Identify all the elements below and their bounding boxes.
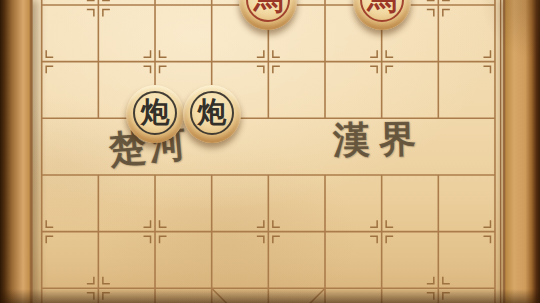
piece-glyph: 炮 xyxy=(183,85,241,141)
xiangqi-board[interactable]: 楚河 漢界 馬馬炮炮 xyxy=(0,0,540,303)
piece-red-horse[interactable]: 馬 xyxy=(239,0,297,30)
bottom-shadow xyxy=(0,289,540,303)
board-grid xyxy=(0,0,540,303)
piece-black-cannon[interactable]: 炮 xyxy=(183,85,241,143)
piece-red-horse[interactable]: 馬 xyxy=(353,0,411,30)
piece-black-cannon[interactable]: 炮 xyxy=(126,85,184,143)
corner-shade xyxy=(480,0,540,60)
piece-glyph: 馬 xyxy=(239,0,297,28)
piece-glyph: 炮 xyxy=(126,85,184,141)
piece-glyph: 馬 xyxy=(353,0,411,28)
river-label-han-jie: 漢界 xyxy=(333,120,426,159)
